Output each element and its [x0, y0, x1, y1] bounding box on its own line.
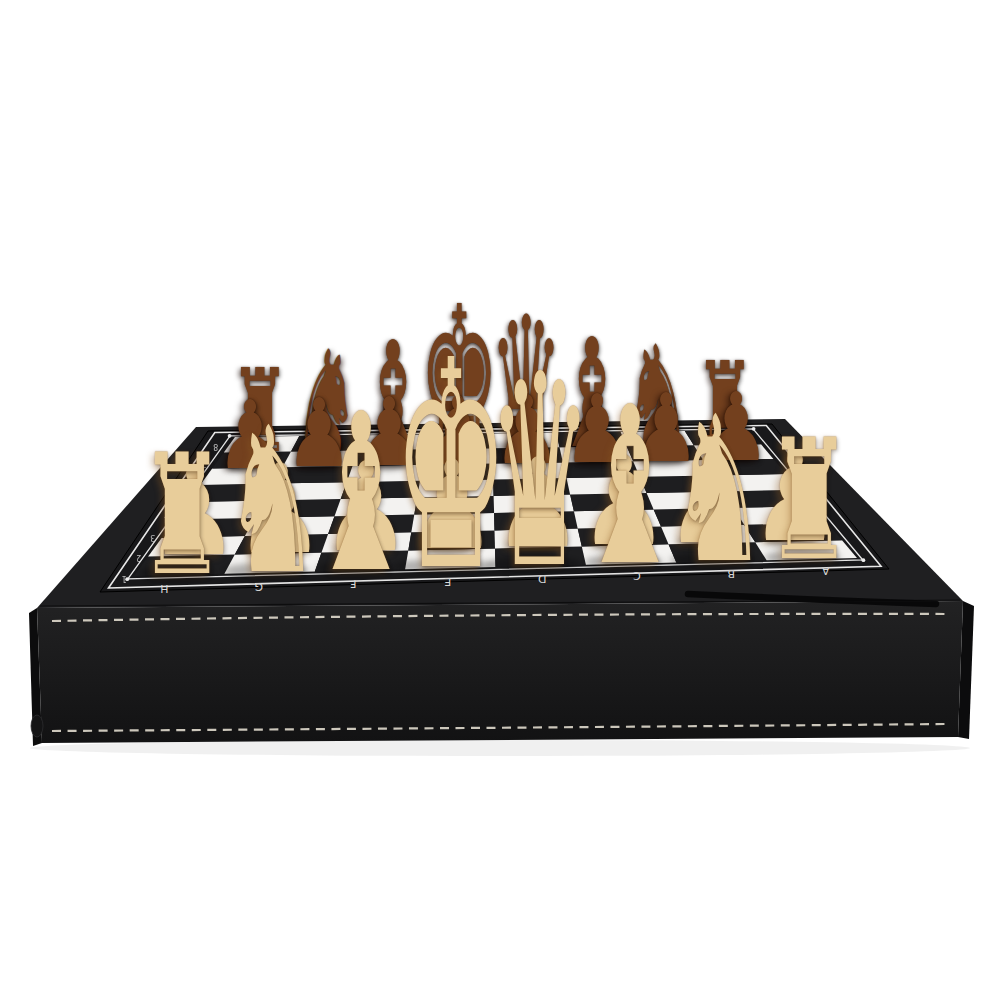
rook-glyph: ♜ [765, 417, 852, 584]
rank-label-1: 1 [122, 574, 127, 583]
chess-set-product-photo: HGFEDCBA12345678 ♜♞♝♚♛♝♞♜♟♟♟♟♟♟♟♟♟♟♟♟♟♟♟… [0, 0, 1000, 1000]
knight-glyph: ♞ [670, 390, 768, 592]
frame-corner-dot-1 [862, 558, 866, 562]
box-corner-bump [31, 715, 43, 737]
rook-glyph: ♜ [139, 432, 226, 599]
ground-shadow [30, 740, 970, 756]
bishop-glyph: ♝ [575, 378, 684, 596]
